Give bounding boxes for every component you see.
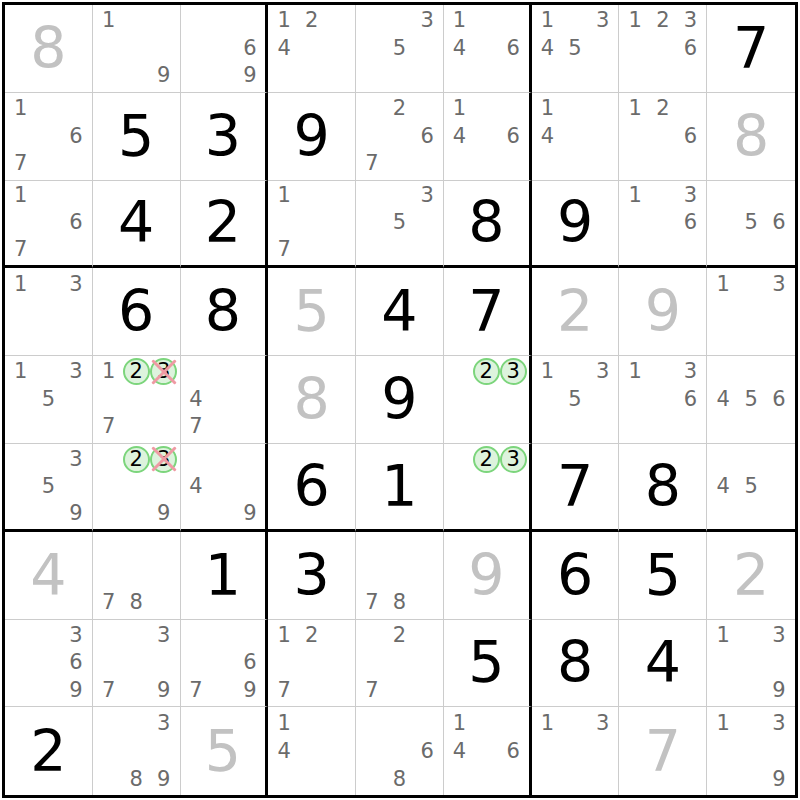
- candidate-6[interactable]: 6: [677, 386, 705, 414]
- candidate-5[interactable]: 5: [737, 209, 765, 236]
- candidate-3[interactable]: 3: [765, 270, 793, 298]
- cell-r2c7[interactable]: 14: [532, 93, 620, 181]
- cell-r1c1[interactable]: 8: [5, 5, 93, 93]
- cell-r3c7[interactable]: 9: [532, 181, 620, 269]
- candidate-3[interactable]: 3: [150, 709, 178, 737]
- candidate-8[interactable]: 8: [386, 765, 414, 793]
- candidate-8[interactable]: 8: [386, 589, 414, 617]
- cell-r3c9[interactable]: 56: [707, 181, 795, 269]
- candidate-3[interactable]: 3: [765, 709, 793, 737]
- given-digit: 1: [381, 458, 417, 515]
- candidate-3[interactable]: 3: [589, 358, 617, 386]
- cell-r3c8[interactable]: 136: [619, 181, 707, 269]
- candidate-1[interactable]: 1: [446, 709, 473, 737]
- given-digit: 9: [294, 108, 330, 165]
- candidate-1[interactable]: 1: [446, 95, 473, 123]
- candidate-6[interactable]: 6: [62, 209, 90, 236]
- candidate-5[interactable]: 5: [386, 35, 414, 63]
- candidate-6[interactable]: 6: [677, 209, 705, 236]
- candidate-3[interactable]: 3: [62, 358, 90, 386]
- cell-r5c5[interactable]: 9: [356, 356, 444, 444]
- candidate-9[interactable]: 9: [236, 500, 263, 527]
- solved-digit: 5: [205, 723, 241, 780]
- cell-r1c7[interactable]: 1345: [532, 5, 620, 93]
- candidate-2-highlighted[interactable]: 2: [123, 446, 150, 473]
- candidate-2[interactable]: 2: [386, 622, 414, 650]
- given-digit: 4: [118, 194, 154, 251]
- given-digit: 4: [381, 283, 417, 340]
- candidate-3[interactable]: 3: [413, 7, 441, 35]
- cell-r2c6[interactable]: 146: [444, 93, 532, 181]
- given-digit: 9: [381, 371, 417, 428]
- candidate-1[interactable]: 1: [709, 270, 737, 298]
- given-digit: 8: [557, 634, 593, 691]
- cell-r7c5[interactable]: 78: [356, 532, 444, 620]
- candidate-1[interactable]: 1: [7, 183, 35, 210]
- candidate-9[interactable]: 9: [150, 677, 178, 705]
- candidate-6[interactable]: 6: [500, 737, 527, 765]
- candidate-6[interactable]: 6: [677, 35, 705, 63]
- given-digit: 5: [468, 634, 504, 691]
- cell-r9c5[interactable]: 68: [356, 707, 444, 795]
- cell-r2c2[interactable]: 5: [93, 93, 181, 181]
- candidate-4[interactable]: 4: [183, 386, 210, 414]
- cell-r6c1[interactable]: 359: [5, 444, 93, 532]
- cell-r8c6[interactable]: 5: [444, 620, 532, 708]
- cell-r1c4[interactable]: 124: [268, 5, 356, 93]
- candidate-6[interactable]: 6: [413, 122, 441, 150]
- cell-r5c3[interactable]: 47: [181, 356, 269, 444]
- candidate-1[interactable]: 1: [534, 358, 562, 386]
- cell-r8c1[interactable]: 369: [5, 620, 93, 708]
- candidate-6[interactable]: 6: [765, 209, 793, 236]
- cell-r7c1[interactable]: 4: [5, 532, 93, 620]
- cell-r3c3[interactable]: 2: [181, 181, 269, 269]
- cell-r4c1[interactable]: 13: [5, 268, 93, 356]
- cell-r6c9[interactable]: 45: [707, 444, 795, 532]
- candidate-1[interactable]: 1: [709, 622, 737, 650]
- candidate-3[interactable]: 3: [677, 183, 705, 210]
- candidate-6[interactable]: 6: [677, 122, 705, 150]
- solved-digit: 2: [733, 547, 769, 604]
- candidate-1[interactable]: 1: [270, 183, 298, 210]
- cell-r8c5[interactable]: 27: [356, 620, 444, 708]
- cell-r1c5[interactable]: 35: [356, 5, 444, 93]
- candidate-3[interactable]: 3: [677, 7, 705, 35]
- cell-r1c2[interactable]: 19: [93, 5, 181, 93]
- candidate-8[interactable]: 8: [122, 765, 150, 793]
- cell-r6c6[interactable]: 23: [444, 444, 532, 532]
- cell-r1c9[interactable]: 7: [707, 5, 795, 93]
- candidate-7[interactable]: 7: [95, 589, 123, 617]
- cell-r2c5[interactable]: 267: [356, 93, 444, 181]
- cell-r7c4[interactable]: 3: [268, 532, 356, 620]
- cell-r7c9[interactable]: 2: [707, 532, 795, 620]
- candidate-9[interactable]: 9: [62, 500, 90, 527]
- cell-r4c3[interactable]: 8: [181, 268, 269, 356]
- cell-r5c1[interactable]: 135: [5, 356, 93, 444]
- cell-r2c9[interactable]: 8: [707, 93, 795, 181]
- cell-r4c2[interactable]: 6: [93, 268, 181, 356]
- candidate-3[interactable]: 3: [765, 622, 793, 650]
- candidate-6[interactable]: 6: [500, 35, 527, 63]
- given-digit: 1: [205, 547, 241, 604]
- given-digit: 6: [557, 547, 593, 604]
- cell-r9c9[interactable]: 139: [707, 707, 795, 795]
- candidate-3-highlighted[interactable]: 3: [500, 446, 527, 473]
- given-digit: 7: [468, 283, 504, 340]
- candidate-5[interactable]: 5: [561, 386, 589, 414]
- cell-r9c4[interactable]: 14: [268, 707, 356, 795]
- candidate-9[interactable]: 9: [765, 765, 793, 793]
- given-digit: 9: [557, 194, 593, 251]
- candidate-3-highlighted[interactable]: 3: [500, 358, 527, 385]
- cell-r3c4[interactable]: 17: [268, 181, 356, 269]
- candidate-7[interactable]: 7: [358, 150, 386, 178]
- candidate-2-highlighted[interactable]: 2: [123, 358, 150, 385]
- candidate-6[interactable]: 6: [62, 649, 90, 677]
- solved-digit: 4: [30, 547, 66, 604]
- solved-digit: 8: [30, 20, 66, 77]
- given-digit: 2: [205, 194, 241, 251]
- candidate-1[interactable]: 1: [7, 270, 35, 298]
- given-digit: 6: [118, 283, 154, 340]
- given-digit: 3: [294, 547, 330, 604]
- cell-r9c3[interactable]: 5: [181, 707, 269, 795]
- candidate-1[interactable]: 1: [7, 95, 35, 123]
- cell-r4c9[interactable]: 13: [707, 268, 795, 356]
- given-digit: 5: [645, 547, 681, 604]
- cell-r3c1[interactable]: 167: [5, 181, 93, 269]
- candidate-9[interactable]: 9: [150, 765, 178, 793]
- given-digit: 7: [733, 20, 769, 77]
- candidate-7[interactable]: 7: [7, 150, 35, 178]
- candidate-1[interactable]: 1: [446, 7, 473, 35]
- candidate-5[interactable]: 5: [386, 209, 414, 236]
- cell-r8c9[interactable]: 139: [707, 620, 795, 708]
- candidate-2[interactable]: 2: [386, 95, 414, 123]
- candidate-7[interactable]: 7: [270, 236, 298, 263]
- candidate-1[interactable]: 1: [621, 7, 649, 35]
- cell-r8c7[interactable]: 8: [532, 620, 620, 708]
- candidate-4[interactable]: 4: [270, 737, 298, 765]
- cell-r5c8[interactable]: 136: [619, 356, 707, 444]
- cell-r2c8[interactable]: 126: [619, 93, 707, 181]
- cell-r4c6[interactable]: 7: [444, 268, 532, 356]
- candidate-5[interactable]: 5: [737, 473, 765, 500]
- candidate-2[interactable]: 2: [649, 7, 677, 35]
- cell-r4c8[interactable]: 9: [619, 268, 707, 356]
- cell-r9c7[interactable]: 13: [532, 707, 620, 795]
- cell-r8c3[interactable]: 679: [181, 620, 269, 708]
- candidate-9[interactable]: 9: [150, 500, 178, 527]
- candidate-7[interactable]: 7: [183, 677, 210, 705]
- candidate-9[interactable]: 9: [765, 677, 793, 705]
- cell-r7c6[interactable]: 9: [444, 532, 532, 620]
- cell-r1c3[interactable]: 69: [181, 5, 269, 93]
- solved-digit: 5: [294, 283, 330, 340]
- candidate-4[interactable]: 4: [534, 122, 562, 150]
- cell-r2c4[interactable]: 9: [268, 93, 356, 181]
- cell-r1c8[interactable]: 1236: [619, 5, 707, 93]
- candidate-1[interactable]: 1: [534, 7, 562, 35]
- candidate-7[interactable]: 7: [270, 677, 298, 705]
- candidate-4[interactable]: 4: [709, 386, 737, 414]
- cell-r3c5[interactable]: 35: [356, 181, 444, 269]
- cell-r6c2[interactable]: 239: [93, 444, 181, 532]
- candidate-6[interactable]: 6: [236, 649, 263, 677]
- solved-digit: 9: [468, 547, 504, 604]
- cell-r8c2[interactable]: 379: [93, 620, 181, 708]
- candidate-4[interactable]: 4: [183, 473, 210, 500]
- candidate-5[interactable]: 5: [737, 386, 765, 414]
- candidate-3[interactable]: 3: [677, 358, 705, 386]
- candidate-4[interactable]: 4: [446, 737, 473, 765]
- solved-digit: 8: [733, 108, 769, 165]
- candidate-9[interactable]: 9: [236, 677, 263, 705]
- cell-r5c7[interactable]: 135: [532, 356, 620, 444]
- candidate-3[interactable]: 3: [62, 446, 90, 473]
- given-digit: 3: [205, 108, 241, 165]
- candidate-1[interactable]: 1: [534, 95, 562, 123]
- candidate-6[interactable]: 6: [413, 737, 441, 765]
- cell-r5c2[interactable]: 1237: [93, 356, 181, 444]
- cell-r9c6[interactable]: 146: [444, 707, 532, 795]
- cell-r5c6[interactable]: 23: [444, 356, 532, 444]
- candidate-7[interactable]: 7: [358, 589, 386, 617]
- candidate-2-highlighted[interactable]: 2: [473, 446, 500, 473]
- candidate-5[interactable]: 5: [35, 386, 63, 414]
- candidate-7[interactable]: 7: [95, 677, 123, 705]
- cell-r7c7[interactable]: 6: [532, 532, 620, 620]
- candidate-7[interactable]: 7: [358, 677, 386, 705]
- candidate-3-eliminated[interactable]: 3: [150, 446, 177, 473]
- solved-digit: 8: [294, 371, 330, 428]
- candidate-1[interactable]: 1: [95, 358, 123, 386]
- given-digit: 2: [30, 723, 66, 780]
- candidate-7[interactable]: 7: [95, 413, 123, 441]
- given-digit: 7: [557, 458, 593, 515]
- candidate-1[interactable]: 1: [534, 709, 562, 737]
- cell-r1c6[interactable]: 146: [444, 5, 532, 93]
- candidate-3[interactable]: 3: [150, 622, 178, 650]
- candidate-4[interactable]: 4: [270, 35, 298, 63]
- candidate-1[interactable]: 1: [621, 358, 649, 386]
- candidate-6[interactable]: 6: [236, 35, 263, 63]
- cell-r2c3[interactable]: 3: [181, 93, 269, 181]
- solved-digit: 9: [645, 283, 681, 340]
- candidate-1[interactable]: 1: [95, 7, 123, 35]
- candidate-3[interactable]: 3: [589, 7, 617, 35]
- candidate-9[interactable]: 9: [62, 677, 90, 705]
- candidate-2-highlighted[interactable]: 2: [473, 358, 500, 385]
- given-digit: 8: [468, 194, 504, 251]
- candidate-9[interactable]: 9: [236, 62, 263, 90]
- given-digit: 4: [645, 634, 681, 691]
- cell-r6c8[interactable]: 8: [619, 444, 707, 532]
- candidate-5[interactable]: 5: [35, 473, 63, 500]
- solved-digit: 2: [557, 283, 593, 340]
- given-digit: 5: [118, 108, 154, 165]
- cell-r7c3[interactable]: 1: [181, 532, 269, 620]
- candidate-1[interactable]: 1: [709, 709, 737, 737]
- candidate-1[interactable]: 1: [270, 622, 298, 650]
- cell-r8c8[interactable]: 4: [619, 620, 707, 708]
- cell-r4c4[interactable]: 5: [268, 268, 356, 356]
- candidate-6[interactable]: 6: [62, 122, 90, 150]
- candidate-3[interactable]: 3: [589, 709, 617, 737]
- candidate-3[interactable]: 3: [62, 270, 90, 298]
- cell-r9c8[interactable]: 7: [619, 707, 707, 795]
- cell-r6c3[interactable]: 49: [181, 444, 269, 532]
- cell-r5c9[interactable]: 456: [707, 356, 795, 444]
- solved-digit: 7: [645, 723, 681, 780]
- cell-r9c1[interactable]: 2: [5, 707, 93, 795]
- given-digit: 6: [294, 458, 330, 515]
- candidate-2[interactable]: 2: [298, 622, 326, 650]
- cell-r3c2[interactable]: 4: [93, 181, 181, 269]
- candidate-5[interactable]: 5: [561, 35, 589, 63]
- cell-r3c6[interactable]: 8: [444, 181, 532, 269]
- candidate-9[interactable]: 9: [150, 62, 178, 90]
- cell-r9c2[interactable]: 389: [93, 707, 181, 795]
- cell-r6c4[interactable]: 6: [268, 444, 356, 532]
- candidate-1[interactable]: 1: [270, 7, 298, 35]
- candidate-8[interactable]: 8: [122, 589, 150, 617]
- candidate-6[interactable]: 6: [500, 122, 527, 150]
- cell-r6c7[interactable]: 7: [532, 444, 620, 532]
- candidate-3-eliminated[interactable]: 3: [150, 358, 177, 385]
- candidate-4[interactable]: 4: [446, 122, 473, 150]
- candidate-1[interactable]: 1: [7, 358, 35, 386]
- candidate-4[interactable]: 4: [446, 35, 473, 63]
- cell-r7c2[interactable]: 78: [93, 532, 181, 620]
- candidate-6[interactable]: 6: [765, 386, 793, 414]
- cell-r2c1[interactable]: 167: [5, 93, 93, 181]
- cell-r7c8[interactable]: 5: [619, 532, 707, 620]
- candidate-4[interactable]: 4: [709, 473, 737, 500]
- given-digit: 8: [645, 458, 681, 515]
- candidate-1[interactable]: 1: [621, 95, 649, 123]
- candidate-2[interactable]: 2: [649, 95, 677, 123]
- candidate-3[interactable]: 3: [62, 622, 90, 650]
- candidate-1[interactable]: 1: [270, 709, 298, 737]
- candidate-3[interactable]: 3: [413, 183, 441, 210]
- sudoku-board: 8196912435146134512367167539267146141268…: [2, 2, 798, 798]
- candidate-1[interactable]: 1: [621, 183, 649, 210]
- candidate-7[interactable]: 7: [183, 413, 210, 441]
- cell-r4c7[interactable]: 2: [532, 268, 620, 356]
- candidate-2[interactable]: 2: [298, 7, 326, 35]
- candidate-4[interactable]: 4: [534, 35, 562, 63]
- cell-r4c5[interactable]: 4: [356, 268, 444, 356]
- given-digit: 8: [205, 283, 241, 340]
- cell-r5c4[interactable]: 8: [268, 356, 356, 444]
- cell-r6c5[interactable]: 1: [356, 444, 444, 532]
- cell-r8c4[interactable]: 127: [268, 620, 356, 708]
- candidate-7[interactable]: 7: [7, 236, 35, 263]
